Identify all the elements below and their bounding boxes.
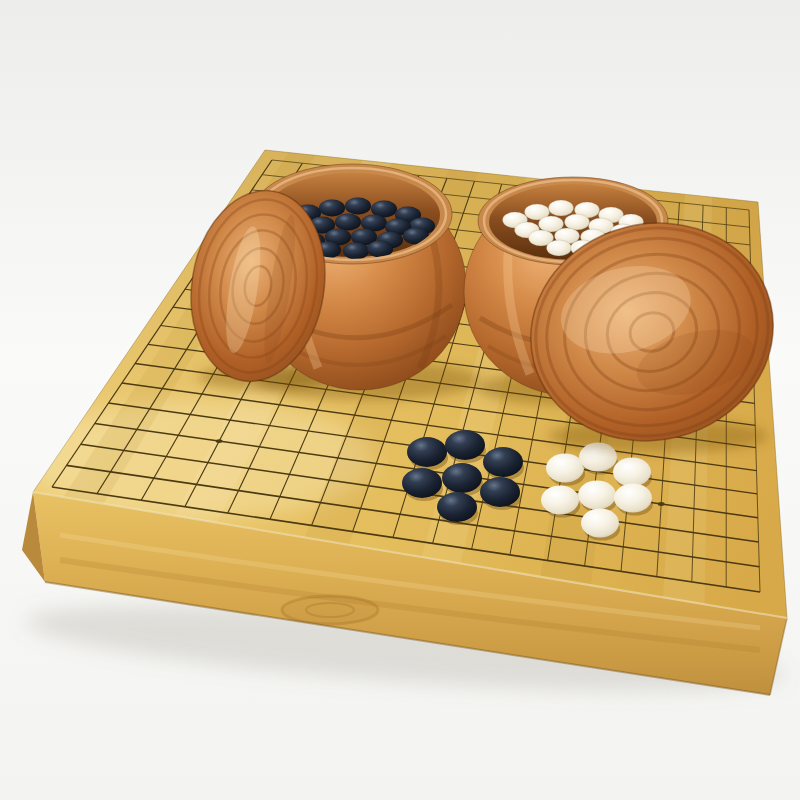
star-point [658,502,665,506]
front-wood-knot [282,596,378,624]
star-point [216,439,223,443]
black-stone [480,477,520,507]
bowl-stone-black [335,214,361,231]
white-stone [541,486,579,515]
white-stone [578,481,616,510]
black-stone [402,468,442,498]
black-stone [483,447,523,477]
bowl-stone-white [549,200,574,216]
black-stone [437,492,477,522]
white-stone [613,458,651,487]
bowl-stone-black [345,198,371,215]
go-set-illustration: Wooden 19x19 go board (goban) with two w… [0,0,800,800]
black-stone [407,437,447,467]
bowl-stone-white [547,240,572,256]
white-stone [546,454,584,483]
bowl-stone-black [343,243,369,260]
product-photo-scene: Wooden 19x19 go board (goban) with two w… [0,0,800,800]
black-stone [445,430,485,460]
bowl-stone-black [319,200,345,217]
white-stone [581,509,619,538]
bowl-stone-white [565,214,590,230]
white-stone [614,484,652,513]
black-stone [442,463,482,493]
